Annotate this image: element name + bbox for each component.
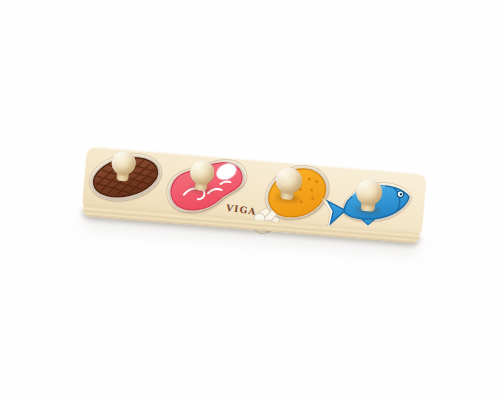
knob-ball[interactable]: [274, 167, 302, 195]
piece-slot-fish: [337, 167, 427, 236]
knob-handle-1[interactable]: [110, 150, 136, 182]
knob-ball[interactable]: [355, 178, 383, 206]
product-photo-scene: VIGA: [0, 0, 500, 400]
knob-handle-2[interactable]: [189, 160, 215, 192]
knob-handle-4[interactable]: [354, 178, 383, 212]
knob-ball[interactable]: [111, 150, 137, 176]
knob-ball[interactable]: [190, 160, 216, 186]
knob-handle-3[interactable]: [274, 167, 303, 201]
puzzle-board: VIGA: [81, 146, 427, 245]
